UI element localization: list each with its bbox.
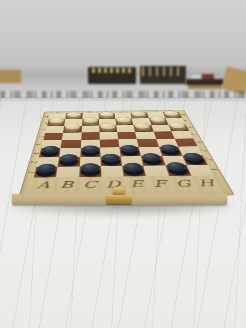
dark-checker-h2 (184, 156, 207, 165)
checkers-board: ABCDEFGH 87654321 87654321 ABCDEFGH (18, 110, 235, 198)
dark-checker-g1 (166, 166, 189, 176)
product-photo: ABCDEFGH 87654321 87654321 ABCDEFGH (0, 0, 246, 328)
coordinate-label: G (174, 178, 193, 189)
square-b1 (56, 166, 79, 177)
coordinate-label: H (196, 178, 217, 189)
square-h4 (174, 138, 197, 146)
square-d4 (100, 139, 120, 147)
square-c1 (79, 166, 101, 177)
coordinate-label: C (83, 179, 97, 190)
dark-checker-e3 (121, 148, 140, 156)
dark-checker-c1 (80, 167, 100, 177)
dark-checker-f2 (142, 156, 163, 165)
dark-checker-a3 (40, 149, 59, 157)
board-scene: ABCDEFGH 87654321 87654321 ABCDEFGH (0, 0, 246, 328)
dark-checker-a1 (35, 167, 56, 177)
square-d2 (100, 156, 122, 166)
dark-checker-b2 (59, 157, 78, 166)
coordinate-label: F (152, 178, 168, 189)
square-b4 (61, 140, 81, 148)
brass-clasp (106, 187, 132, 205)
coordinate-label: B (59, 179, 74, 190)
square-a3 (39, 148, 61, 157)
dark-checker-e1 (123, 166, 144, 176)
square-b2 (58, 157, 80, 167)
dark-checker-c3 (81, 148, 99, 156)
dark-checker-d2 (101, 157, 120, 166)
square-c3 (80, 148, 100, 157)
coordinate-label: A (35, 180, 50, 191)
square-a1 (34, 167, 58, 178)
square-d1 (101, 166, 124, 177)
clasp-plate (106, 195, 132, 204)
square-e3 (119, 147, 141, 156)
square-e1 (122, 166, 146, 177)
dark-checker-g3 (160, 147, 181, 155)
